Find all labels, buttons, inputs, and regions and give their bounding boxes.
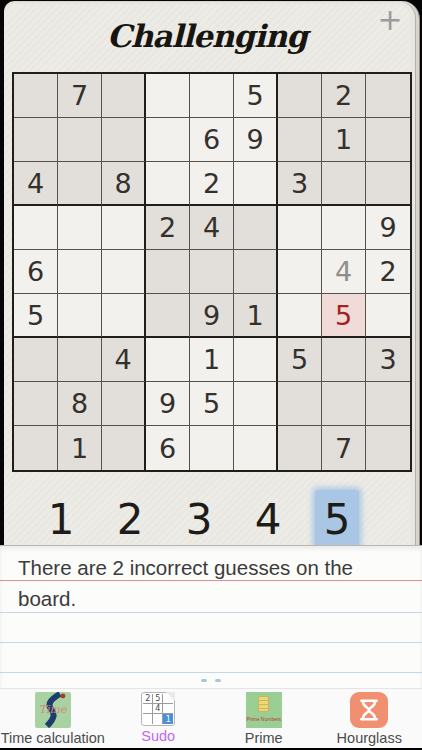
sudoku-cell-r6c7[interactable] [278,294,322,338]
sudoku-cell-r3c2[interactable] [58,162,102,206]
ruled-line [0,672,422,673]
sudoku-cell-r4c5[interactable]: 4 [190,206,234,250]
sudoku-cell-r8c1[interactable] [14,382,58,426]
sudoku-cell-r1c1[interactable] [14,74,58,118]
sudoku-cell-r6c3[interactable] [102,294,146,338]
calculator-glyph [258,696,269,712]
sudoku-cell-r5c8[interactable]: 4 [322,250,366,294]
sudoku-cell-r2c8[interactable]: 1 [322,118,366,162]
sudoku-cell-r1c9[interactable] [366,74,410,118]
sudoku-cell-r9c2[interactable]: 1 [58,426,102,470]
sudoku-cell-r1c5[interactable] [190,74,234,118]
sudoku-cell-r6c4[interactable] [146,294,190,338]
sudoku-cell-r4c4[interactable]: 2 [146,206,190,250]
sudoku-cell-r6c2[interactable] [58,294,102,338]
sudoku-cell-r1c6[interactable]: 5 [234,74,278,118]
message-panel: There are 2 incorrect guesses on the boa… [0,545,422,689]
sudoku-cell-r3c1[interactable]: 4 [14,162,58,206]
sudoku-cell-r6c9[interactable] [366,294,410,338]
sudoku-cell-r7c2[interactable] [58,338,102,382]
tab-hourglass[interactable]: Hourglass [317,689,422,748]
sudoku-cell-r9c1[interactable] [14,426,58,470]
sudoku-cell-r4c2[interactable] [58,206,102,250]
tab-bar: Time Time calculation 2541 Sudo Prime Nu… [0,688,422,748]
mini-sudoku-grid: 2541 [143,694,173,724]
sudoku-cell-r7c6[interactable] [234,338,278,382]
sudoku-cell-r2c5[interactable]: 6 [190,118,234,162]
sudoku-cell-r7c5[interactable]: 1 [190,338,234,382]
sudoku-cell-r1c7[interactable] [278,74,322,118]
sudoku-board: 752691482324964259154153895167 [12,72,412,472]
sudoku-cell-r3c3[interactable]: 8 [102,162,146,206]
tab-label: Hourglass [337,730,402,746]
sudoku-cell-r8c7[interactable] [278,382,322,426]
sudoku-cell-r3c5[interactable]: 2 [190,162,234,206]
number-button-4[interactable]: 4 [246,490,290,548]
tab-label: Sudo [141,728,175,744]
time-calculation-icon: Time [35,692,71,728]
sudoku-cell-r6c1[interactable]: 5 [14,294,58,338]
sudoku-cell-r8c6[interactable] [234,382,278,426]
sudoku-cell-r7c8[interactable] [322,338,366,382]
sudoku-cell-r2c3[interactable] [102,118,146,162]
prime-icon: Prime Numbers [246,692,282,728]
sudoku-cell-r1c2[interactable]: 7 [58,74,102,118]
hourglass-icon [350,692,388,728]
sudoku-cell-r4c7[interactable] [278,206,322,250]
sudoku-cell-r5c9[interactable]: 2 [366,250,410,294]
sudoku-cell-r7c7[interactable]: 5 [278,338,322,382]
ruled-line [0,642,422,643]
sudoku-cell-r1c8[interactable]: 2 [322,74,366,118]
number-button-5[interactable]: 5 [315,490,359,548]
sudoku-cell-r5c5[interactable] [190,250,234,294]
sudoku-cell-r3c9[interactable] [366,162,410,206]
status-message: There are 2 incorrect guesses on the boa… [18,553,368,614]
sudoku-cell-r2c4[interactable] [146,118,190,162]
sudoku-cell-r5c2[interactable] [58,250,102,294]
sudoku-cell-r8c2[interactable]: 8 [58,382,102,426]
puzzle-sheet: Challenging + 75269148232496425915415389… [4,4,410,545]
sudoku-cell-r4c1[interactable] [14,206,58,250]
number-pad: 12345 [4,488,410,550]
sudoku-cell-r2c1[interactable] [14,118,58,162]
number-button-1[interactable]: 1 [39,490,83,548]
sudoku-cell-r8c5[interactable]: 5 [190,382,234,426]
sudoku-cell-r3c7[interactable]: 3 [278,162,322,206]
sudoku-cell-r7c4[interactable] [146,338,190,382]
sudoku-cell-r5c6[interactable] [234,250,278,294]
tab-sudo[interactable]: 2541 Sudo [106,689,212,748]
sudoku-cell-r5c1[interactable]: 6 [14,250,58,294]
sudoku-cell-r9c6[interactable] [234,426,278,470]
sudoku-cell-r4c3[interactable] [102,206,146,250]
sudoku-cell-r2c7[interactable] [278,118,322,162]
sudoku-cell-r8c8[interactable] [322,382,366,426]
notepad-page-stack: Challenging + 75269148232496425915415389… [0,0,422,545]
sudoku-cell-r3c8[interactable] [322,162,366,206]
sudoku-cell-r4c8[interactable] [322,206,366,250]
page-title: Challenging [4,18,410,54]
tab-prime[interactable]: Prime Numbers Prime [211,689,317,748]
sudoku-cell-r9c4[interactable]: 6 [146,426,190,470]
sudoku-cell-r5c7[interactable] [278,250,322,294]
sudoku-cell-r7c9[interactable]: 3 [366,338,410,382]
sudoku-cell-r8c4[interactable]: 9 [146,382,190,426]
add-puzzle-button[interactable]: + [376,4,404,36]
sudoku-cell-r8c3[interactable] [102,382,146,426]
sudoku-cell-r9c5[interactable] [190,426,234,470]
number-button-3[interactable]: 3 [177,490,221,548]
tab-label: Prime [245,730,283,746]
tab-label: Time calculation [1,730,105,746]
sudoku-cell-r7c1[interactable] [14,338,58,382]
sudoku-cell-r6c8[interactable]: 5 [322,294,366,338]
sudoku-cell-r1c3[interactable] [102,74,146,118]
sudoku-cell-r6c6[interactable]: 1 [234,294,278,338]
sudoku-cell-r1c4[interactable] [146,74,190,118]
sudoku-cell-r9c3[interactable] [102,426,146,470]
sudoku-cell-r9c7[interactable] [278,426,322,470]
sudoku-cell-r5c4[interactable] [146,250,190,294]
number-button-2[interactable]: 2 [108,490,152,548]
sudoku-cell-r2c9[interactable] [366,118,410,162]
page-indicator-dots [0,679,422,682]
sudoku-cell-r8c9[interactable] [366,382,410,426]
sudoku-cell-r9c8[interactable]: 7 [322,426,366,470]
sudoku-cell-r7c3[interactable]: 4 [102,338,146,382]
sudoku-cell-r2c6[interactable]: 9 [234,118,278,162]
sudoku-cell-r3c4[interactable] [146,162,190,206]
sudoku-icon: 2541 [141,692,175,726]
sudoku-cell-r2c2[interactable] [58,118,102,162]
sudoku-cell-r9c9[interactable] [366,426,410,470]
sudoku-cell-r4c9[interactable]: 9 [366,206,410,250]
sudoku-cell-r5c3[interactable] [102,250,146,294]
sudoku-cell-r6c5[interactable]: 9 [190,294,234,338]
tab-time-calculation[interactable]: Time Time calculation [0,689,106,748]
sudoku-cell-r3c6[interactable] [234,162,278,206]
sudoku-cell-r4c6[interactable] [234,206,278,250]
